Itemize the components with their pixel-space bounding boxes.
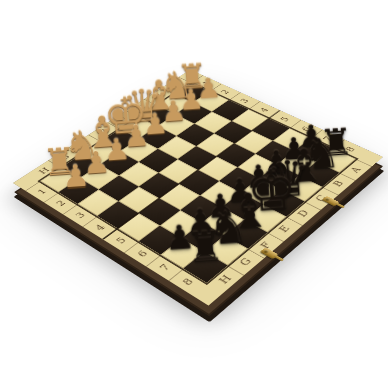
coord-label-rank: 4	[93, 223, 108, 233]
coord-label-rank: 8	[179, 276, 195, 287]
square-f3[interactable]	[119, 162, 159, 187]
coord-label-rank: 3	[238, 97, 251, 104]
coord-label-rank: 6	[135, 248, 151, 258]
board-3d-wrapper: 12345678A♜♟♟♜AB♞♟♟♞BC♝♟♟♝CD♛♟♟♛DE♚♟♟♚EF♝…	[13, 70, 383, 306]
coord-label-rank: 2	[54, 199, 68, 208]
board-grid: 12345678A♜♟♟♜AB♞♟♟♞BC♝♟♟♝CD♛♟♟♛DE♚♟♟♚EF♝…	[13, 70, 383, 306]
coord-label-rank: 1	[35, 187, 49, 196]
coord-label-rank: 3	[73, 210, 88, 219]
coord-label-file: H	[216, 273, 234, 286]
coord-label-file: A	[348, 165, 364, 174]
coord-label-file: B	[331, 179, 347, 188]
coord-label-file: G	[237, 256, 255, 268]
coord-label-file: E	[277, 224, 294, 235]
coord-label-rank: 5	[113, 235, 128, 245]
piece-white-pawn[interactable]: ♟	[61, 161, 92, 193]
piece-black-rook[interactable]: ♜	[185, 226, 219, 270]
coord-label-rank: 5	[278, 115, 292, 122]
coord-label-rank: 7	[157, 262, 173, 273]
coord-label-rank: 4	[257, 106, 270, 113]
chess-board: 12345678A♜♟♟♜AB♞♟♟♞BC♝♟♟♝CD♛♟♟♛DE♚♟♟♚EF♝…	[13, 70, 383, 306]
chess-set-photo: 12345678A♜♟♟♜AB♞♟♟♞BC♝♟♟♝CD♛♟♟♛DE♚♟♟♚EF♝…	[0, 0, 388, 388]
